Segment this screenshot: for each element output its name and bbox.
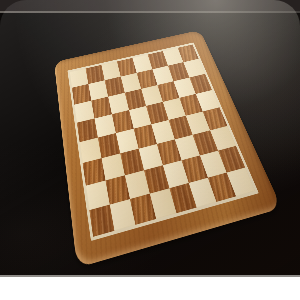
- background-top-band: [0, 0, 300, 11]
- photo-bottom-margin: [0, 275, 300, 300]
- background-seam-line: [0, 11, 300, 13]
- photo-background: [0, 0, 300, 300]
